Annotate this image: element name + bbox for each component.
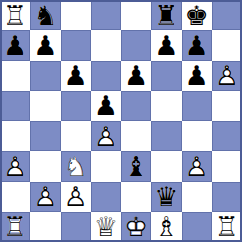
square-g5[interactable]: [182, 91, 212, 121]
square-h7[interactable]: [212, 30, 242, 60]
piece-black-bishop[interactable]: ♝: [121, 151, 151, 181]
square-b2[interactable]: ♟♙: [30, 182, 60, 212]
square-g6[interactable]: ♟♟: [182, 61, 212, 91]
piece-black-pawn[interactable]: ♟: [151, 30, 181, 60]
square-f1[interactable]: ♝♗: [151, 212, 181, 242]
piece-white-pawn[interactable]: ♙: [61, 181, 91, 211]
square-e4[interactable]: [121, 121, 151, 151]
chess-board-stage: ♜♖♞♞♜♜♚♚♟♟♟♟♟♟♟♟♟♟♟♟♟♟♟♙♟♟♟♙♟♙♞♘♝♝♟♙♟♙♟♙…: [0, 0, 242, 242]
square-c8[interactable]: [61, 0, 91, 30]
chess-board: ♜♖♞♞♜♜♚♚♟♟♟♟♟♟♟♟♟♟♟♟♟♟♟♙♟♟♟♙♟♙♞♘♝♝♟♙♟♙♟♙…: [0, 0, 242, 242]
square-h2[interactable]: [212, 182, 242, 212]
square-f6[interactable]: [151, 61, 181, 91]
piece-black-pawn[interactable]: ♟: [61, 60, 91, 90]
square-f3[interactable]: [151, 151, 181, 181]
square-d8[interactable]: [91, 0, 121, 30]
square-e1[interactable]: ♚♔: [121, 212, 151, 242]
piece-white-pawn[interactable]: ♙: [0, 151, 30, 181]
square-e5[interactable]: [121, 91, 151, 121]
piece-black-pawn[interactable]: ♟: [182, 60, 212, 90]
square-f7[interactable]: ♟♟: [151, 30, 181, 60]
square-a2[interactable]: [0, 182, 30, 212]
square-a5[interactable]: [0, 91, 30, 121]
square-d5[interactable]: ♟♟: [91, 91, 121, 121]
square-d7[interactable]: [91, 30, 121, 60]
square-a3[interactable]: ♟♙: [0, 151, 30, 181]
square-h1[interactable]: ♜♖: [212, 212, 242, 242]
piece-white-knight[interactable]: ♘: [61, 151, 91, 181]
piece-white-pawn[interactable]: ♙: [212, 60, 242, 90]
square-b3[interactable]: [30, 151, 60, 181]
square-a7[interactable]: ♟♟: [0, 30, 30, 60]
square-h5[interactable]: [212, 91, 242, 121]
piece-black-pawn[interactable]: ♟: [91, 90, 121, 120]
square-g2[interactable]: [182, 182, 212, 212]
square-e7[interactable]: [121, 30, 151, 60]
square-g1[interactable]: [182, 212, 212, 242]
square-c1[interactable]: [61, 212, 91, 242]
piece-white-pawn[interactable]: ♙: [182, 151, 212, 181]
square-d4[interactable]: ♟♙: [91, 121, 121, 151]
piece-black-knight[interactable]: ♞: [30, 0, 60, 30]
piece-white-queen[interactable]: ♕: [91, 211, 121, 241]
square-c5[interactable]: [61, 91, 91, 121]
piece-white-rook[interactable]: ♖: [0, 0, 30, 30]
square-e2[interactable]: [121, 182, 151, 212]
square-d3[interactable]: [91, 151, 121, 181]
square-f2[interactable]: ♛♛: [151, 182, 181, 212]
square-f5[interactable]: [151, 91, 181, 121]
piece-white-rook[interactable]: ♖: [212, 211, 242, 241]
square-c6[interactable]: ♟♟: [61, 61, 91, 91]
piece-black-pawn[interactable]: ♟: [121, 60, 151, 90]
square-c3[interactable]: ♞♘: [61, 151, 91, 181]
square-e3[interactable]: ♝♝: [121, 151, 151, 181]
square-c2[interactable]: ♟♙: [61, 182, 91, 212]
square-g4[interactable]: [182, 121, 212, 151]
square-b5[interactable]: [30, 91, 60, 121]
piece-black-pawn[interactable]: ♟: [182, 30, 212, 60]
square-e6[interactable]: ♟♟: [121, 61, 151, 91]
square-e8[interactable]: [121, 0, 151, 30]
piece-white-rook[interactable]: ♖: [0, 211, 30, 241]
piece-white-pawn[interactable]: ♙: [91, 121, 121, 151]
square-c7[interactable]: [61, 30, 91, 60]
square-c4[interactable]: [61, 121, 91, 151]
piece-black-king[interactable]: ♚: [182, 0, 212, 30]
square-g8[interactable]: ♚♚: [182, 0, 212, 30]
square-b6[interactable]: [30, 61, 60, 91]
square-a8[interactable]: ♜♖: [0, 0, 30, 30]
square-g3[interactable]: ♟♙: [182, 151, 212, 181]
square-a4[interactable]: [0, 121, 30, 151]
piece-black-rook[interactable]: ♜: [151, 0, 181, 30]
square-h3[interactable]: [212, 151, 242, 181]
square-f4[interactable]: [151, 121, 181, 151]
square-d1[interactable]: ♛♕: [91, 212, 121, 242]
square-b4[interactable]: [30, 121, 60, 151]
square-b1[interactable]: [30, 212, 60, 242]
square-b8[interactable]: ♞♞: [30, 0, 60, 30]
piece-white-bishop[interactable]: ♗: [151, 211, 181, 241]
square-a6[interactable]: [0, 61, 30, 91]
square-h4[interactable]: [212, 121, 242, 151]
piece-white-king[interactable]: ♔: [121, 211, 151, 241]
square-f8[interactable]: ♜♜: [151, 0, 181, 30]
square-d6[interactable]: [91, 61, 121, 91]
piece-black-queen[interactable]: ♛: [151, 181, 181, 211]
square-h6[interactable]: ♟♙: [212, 61, 242, 91]
piece-black-pawn[interactable]: ♟: [30, 30, 60, 60]
square-g7[interactable]: ♟♟: [182, 30, 212, 60]
square-b7[interactable]: ♟♟: [30, 30, 60, 60]
square-a1[interactable]: ♜♖: [0, 212, 30, 242]
piece-white-pawn[interactable]: ♙: [30, 181, 60, 211]
piece-black-pawn[interactable]: ♟: [0, 30, 30, 60]
square-h8[interactable]: [212, 0, 242, 30]
square-d2[interactable]: [91, 182, 121, 212]
